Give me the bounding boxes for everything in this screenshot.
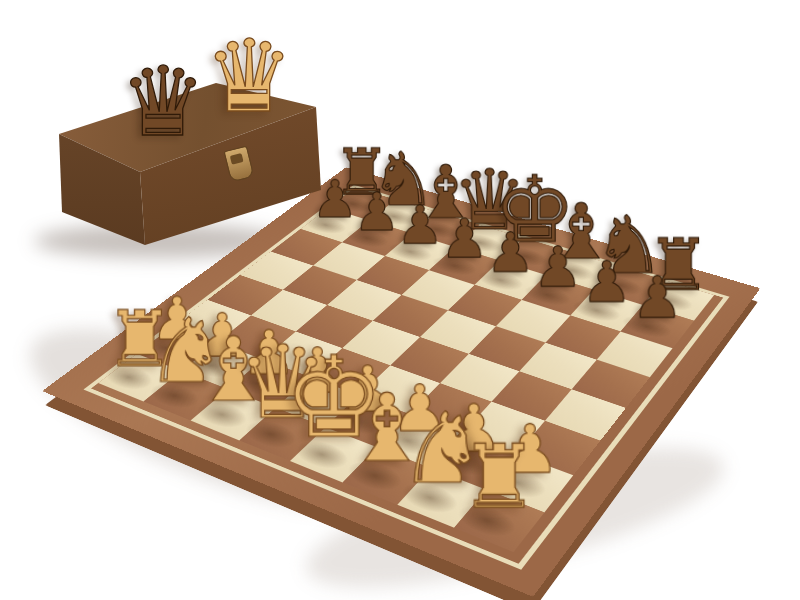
spare-white-queen[interactable]: ♛ — [204, 27, 294, 127]
square-h1[interactable]: ♜ — [454, 490, 544, 552]
chess-piece-glyph: ♟ — [598, 269, 717, 326]
piece-white-rook-h1[interactable]: ♜ — [454, 490, 544, 552]
chess-piece-glyph: ♜ — [428, 432, 570, 520]
spare-black-queen[interactable]: ♛ — [118, 54, 208, 150]
chess-set-photo: ♜♞♝♛♚♝♞♜♟♟♟♟♟♟♟♟♟♟♟♟♟♟♟♟♜♞♝♛♚♝♞♜ ♛ ♛ — [0, 0, 800, 600]
